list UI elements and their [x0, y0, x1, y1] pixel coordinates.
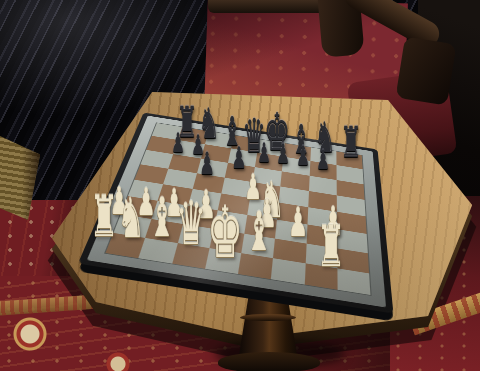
piece-white-pawn-g2[interactable]: ♟	[288, 202, 308, 242]
piece-black-pawn-h7[interactable]: ♟	[316, 146, 330, 173]
piece-black-rook-h8[interactable]: ♜	[340, 121, 362, 164]
piece-white-rook-a1[interactable]: ♜	[90, 188, 119, 245]
piece-black-pawn-g7[interactable]: ♟	[296, 142, 310, 169]
piece-white-bishop-c1[interactable]: ♝	[148, 191, 175, 245]
piece-black-pawn-a7[interactable]: ♟	[171, 129, 185, 156]
piece-black-pawn-e7[interactable]: ♟	[257, 139, 271, 166]
pieces-layer: ♜♞♝♛♚♝♞♜♟♟♟♟♟♟♟♟♜♞♝♛♚♝♞♜♟♟♟♟♟♟♟♟	[0, 0, 480, 371]
piece-white-knight-b1[interactable]: ♞	[117, 191, 145, 246]
piece-white-rook-h1[interactable]: ♜	[317, 218, 346, 275]
piece-white-king-e1[interactable]: ♚	[207, 197, 243, 268]
piece-black-pawn-c5[interactable]: ♟	[199, 148, 215, 179]
piece-white-bishop-f1[interactable]: ♝	[245, 205, 272, 259]
piece-black-pawn-f7[interactable]: ♟	[276, 140, 290, 167]
chess-3d-scene: ♜♞♝♛♚♝♞♜♟♟♟♟♟♟♟♟♜♞♝♛♚♝♞♜♟♟♟♟♟♟♟♟	[0, 0, 480, 371]
piece-white-queen-d1[interactable]: ♛	[176, 193, 206, 253]
